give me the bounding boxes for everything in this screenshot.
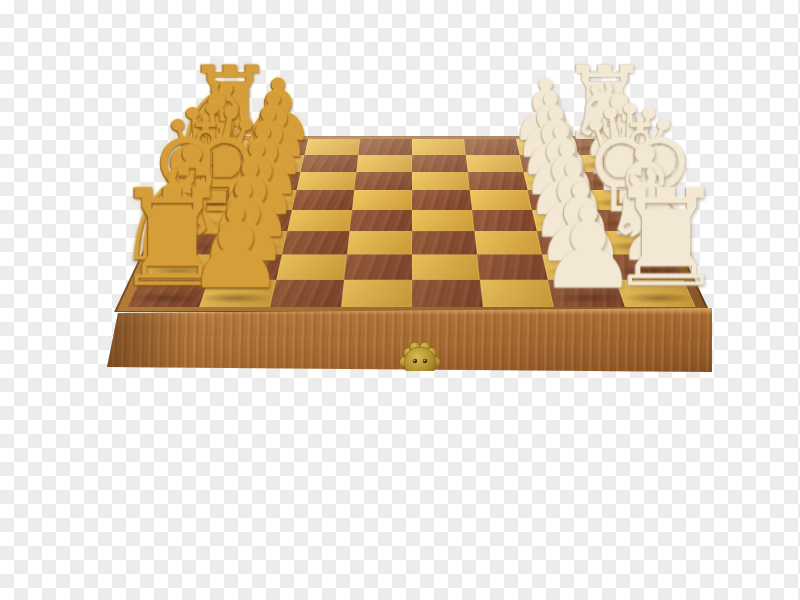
square-c5 — [354, 172, 412, 190]
chess-set-scene: ♜♞♝♛♚♝♞♜♟♟♟♟♟♟♟♟♜♞♝♛♚♝♞♜♟♟♟♟♟♟♟♟ — [0, 0, 800, 600]
square-c1 — [579, 172, 643, 190]
square-b8 — [189, 155, 250, 172]
square-c4 — [412, 172, 470, 190]
piece-black-rook-a8: ♜ — [185, 51, 265, 153]
square-b1 — [573, 155, 634, 172]
square-g1 — [607, 254, 683, 279]
square-e7 — [225, 210, 292, 231]
square-a4 — [412, 139, 466, 155]
square-b7 — [245, 155, 305, 172]
square-e8 — [162, 210, 232, 231]
square-d2 — [528, 190, 592, 210]
brass-clasp — [397, 341, 443, 371]
square-h7 — [199, 280, 276, 307]
piece-white-bishop-c1: ♝ — [570, 78, 656, 187]
square-c7 — [239, 172, 301, 190]
square-h8 — [128, 280, 208, 307]
square-a1 — [568, 139, 627, 155]
square-g8 — [141, 254, 217, 279]
square-g7 — [208, 254, 282, 279]
square-g2 — [542, 254, 616, 279]
square-f8 — [152, 231, 225, 254]
square-c6 — [296, 172, 356, 190]
square-f4 — [412, 231, 477, 254]
square-c8 — [181, 172, 245, 190]
square-d6 — [292, 190, 354, 210]
board-grid — [128, 139, 696, 307]
square-e5 — [350, 210, 412, 231]
square-g3 — [477, 254, 548, 279]
brass-clasp-icon — [397, 341, 443, 371]
square-f7 — [217, 231, 287, 254]
square-h4 — [412, 280, 483, 307]
square-d5 — [352, 190, 412, 210]
square-d8 — [172, 190, 239, 210]
square-h2 — [548, 280, 625, 307]
piece-black-bishop-c8: ♝ — [168, 78, 254, 187]
square-b6 — [301, 155, 359, 172]
square-g6 — [276, 254, 347, 279]
square-h3 — [480, 280, 554, 307]
square-b3 — [466, 155, 524, 172]
square-d1 — [585, 190, 652, 210]
square-a7 — [251, 139, 308, 155]
square-b5 — [356, 155, 412, 172]
square-a8 — [197, 139, 256, 155]
square-e2 — [532, 210, 599, 231]
square-a6 — [304, 139, 360, 155]
square-b4 — [412, 155, 468, 172]
square-d3 — [470, 190, 532, 210]
square-g4 — [412, 254, 480, 279]
square-a3 — [464, 139, 520, 155]
square-b2 — [520, 155, 580, 172]
square-a5 — [358, 139, 412, 155]
square-g5 — [344, 254, 412, 279]
square-f3 — [474, 231, 542, 254]
square-f5 — [347, 231, 412, 254]
square-d4 — [412, 190, 472, 210]
chess-board-top: ♜♞♝♛♚♝♞♜♟♟♟♟♟♟♟♟♜♞♝♛♚♝♞♜♟♟♟♟♟♟♟♟ — [114, 136, 710, 312]
square-e3 — [472, 210, 537, 231]
square-h5 — [341, 280, 412, 307]
square-e4 — [412, 210, 474, 231]
square-d7 — [232, 190, 296, 210]
square-c3 — [468, 172, 528, 190]
square-e1 — [592, 210, 662, 231]
square-a2 — [516, 139, 573, 155]
square-h6 — [270, 280, 344, 307]
square-e6 — [287, 210, 352, 231]
square-f6 — [282, 231, 350, 254]
square-c2 — [523, 172, 585, 190]
square-h1 — [616, 280, 696, 307]
piece-white-rook-a1: ♜ — [559, 51, 639, 153]
square-f1 — [599, 231, 672, 254]
square-f2 — [537, 231, 607, 254]
